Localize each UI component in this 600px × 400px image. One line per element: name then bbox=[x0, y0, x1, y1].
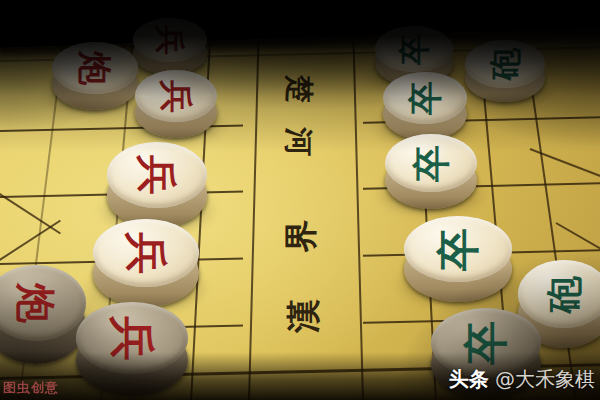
piece-top-face: 砲 bbox=[465, 40, 545, 88]
green-piece-character: 砲 bbox=[489, 48, 521, 80]
red-piece-character: 兵 bbox=[137, 155, 177, 195]
watermark-tuchong: 图虫创意 bbox=[3, 379, 59, 397]
green-piece-character: 卒 bbox=[408, 81, 442, 115]
red-piece-character: 炮 bbox=[16, 283, 56, 323]
green-piece-character: 卒 bbox=[464, 321, 508, 365]
green-piece-character: 卒 bbox=[399, 34, 430, 65]
piece-top-face: 卒 bbox=[385, 134, 477, 192]
piece-red-soldier-3[interactable]: 兵 bbox=[107, 142, 207, 228]
piece-top-face: 卒 bbox=[383, 72, 467, 124]
piece-red-cannon-1[interactable]: 炮 bbox=[52, 42, 138, 110]
green-piece-character: 卒 bbox=[437, 228, 480, 271]
piece-top-face: 炮 bbox=[52, 42, 138, 94]
piece-top-face: 卒 bbox=[404, 216, 512, 282]
piece-top-face: 兵 bbox=[93, 219, 199, 287]
red-piece-character: 炮 bbox=[78, 51, 112, 85]
green-piece-character: 砲 bbox=[546, 276, 583, 313]
piece-red-cannon-2[interactable]: 炮 bbox=[0, 265, 86, 364]
xiangqi-photo-scene: 楚河界漢 炮兵兵兵兵炮兵卒砲卒卒卒砲卒 图虫创意 头条 @大禾象棋 bbox=[0, 0, 600, 400]
watermark-toutiao-logo: 头条 bbox=[449, 367, 489, 391]
watermark-toutiao: 头条 @大禾象棋 bbox=[449, 366, 595, 393]
red-piece-character: 兵 bbox=[155, 25, 185, 55]
piece-red-soldier-1[interactable]: 兵 bbox=[133, 18, 207, 75]
piece-top-face: 兵 bbox=[76, 302, 188, 374]
piece-red-soldier-4[interactable]: 兵 bbox=[93, 219, 199, 307]
piece-top-face: 卒 bbox=[375, 26, 453, 72]
piece-black-soldier-4[interactable]: 卒 bbox=[404, 216, 512, 302]
green-piece-character: 卒 bbox=[413, 145, 450, 182]
red-piece-character: 兵 bbox=[125, 232, 167, 274]
piece-red-soldier-5[interactable]: 兵 bbox=[76, 302, 188, 396]
piece-black-soldier-2[interactable]: 卒 bbox=[383, 72, 467, 140]
watermark-toutiao-handle: @大禾象棋 bbox=[489, 367, 595, 391]
piece-top-face: 兵 bbox=[135, 70, 217, 122]
red-piece-character: 兵 bbox=[160, 80, 193, 113]
red-piece-character: 兵 bbox=[110, 316, 155, 361]
piece-layer: 炮兵兵兵兵炮兵卒砲卒卒卒砲卒 bbox=[0, 0, 600, 400]
piece-top-face: 兵 bbox=[133, 18, 207, 62]
piece-black-cannon-1[interactable]: 砲 bbox=[465, 40, 545, 102]
piece-red-soldier-2[interactable]: 兵 bbox=[135, 70, 217, 138]
piece-top-face: 兵 bbox=[107, 142, 207, 208]
piece-black-soldier-3[interactable]: 卒 bbox=[385, 134, 477, 209]
